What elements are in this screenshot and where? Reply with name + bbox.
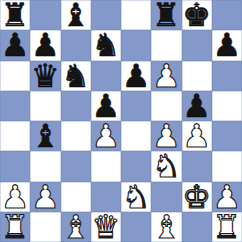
square-c7[interactable] (61, 30, 91, 60)
piece-black-pawn[interactable]: ♟ (122, 61, 151, 91)
square-a3[interactable] (0, 151, 30, 181)
square-g4[interactable]: ♟ (182, 121, 212, 151)
piece-white-pawn[interactable]: ♟ (182, 121, 211, 151)
square-b4[interactable]: ♝ (30, 121, 60, 151)
square-e8[interactable] (121, 0, 151, 30)
square-a1[interactable]: ♜ (0, 212, 30, 242)
square-g3[interactable] (182, 151, 212, 181)
piece-black-queen[interactable]: ♛ (31, 61, 60, 91)
piece-black-rook[interactable]: ♜ (152, 0, 181, 30)
piece-white-pawn[interactable]: ♟ (152, 61, 181, 91)
square-e6[interactable]: ♟ (121, 61, 151, 91)
piece-black-bishop[interactable]: ♝ (61, 0, 90, 30)
piece-black-knight[interactable]: ♞ (92, 30, 121, 60)
piece-white-pawn[interactable]: ♟ (31, 182, 60, 212)
piece-black-king[interactable]: ♚ (182, 0, 211, 30)
piece-black-bishop[interactable]: ♝ (31, 121, 60, 151)
square-d1[interactable]: ♛ (91, 212, 121, 242)
square-h3[interactable] (212, 151, 242, 181)
piece-white-rook[interactable]: ♜ (1, 212, 30, 242)
piece-white-king[interactable]: ♚ (182, 182, 211, 212)
chess-board: ♜♝♜♚♟♟♞♟♛♞♟♟♟♟♝♟♟♟♞♟♟♞♚♟♜♝♛♝♜ (0, 0, 242, 242)
square-e5[interactable] (121, 91, 151, 121)
square-f8[interactable]: ♜ (151, 0, 181, 30)
piece-white-queen[interactable]: ♛ (92, 212, 121, 242)
square-h1[interactable]: ♜ (212, 212, 242, 242)
square-f6[interactable]: ♟ (151, 61, 181, 91)
piece-black-pawn[interactable]: ♟ (213, 30, 242, 60)
square-f1[interactable]: ♝ (151, 212, 181, 242)
piece-white-bishop[interactable]: ♝ (152, 212, 181, 242)
square-e3[interactable] (121, 151, 151, 181)
square-h7[interactable]: ♟ (212, 30, 242, 60)
square-e7[interactable] (121, 30, 151, 60)
square-b3[interactable] (30, 151, 60, 181)
square-d7[interactable]: ♞ (91, 30, 121, 60)
square-c1[interactable]: ♝ (61, 212, 91, 242)
square-f7[interactable] (151, 30, 181, 60)
square-a6[interactable] (0, 61, 30, 91)
square-f3[interactable]: ♞ (151, 151, 181, 181)
square-b7[interactable]: ♟ (30, 30, 60, 60)
square-h5[interactable] (212, 91, 242, 121)
square-c3[interactable] (61, 151, 91, 181)
piece-white-bishop[interactable]: ♝ (61, 212, 90, 242)
square-h6[interactable] (212, 61, 242, 91)
piece-black-knight[interactable]: ♞ (61, 61, 90, 91)
square-e2[interactable]: ♞ (121, 182, 151, 212)
piece-white-rook[interactable]: ♜ (213, 212, 242, 242)
square-g1[interactable] (182, 212, 212, 242)
piece-white-pawn[interactable]: ♟ (92, 121, 121, 151)
square-d3[interactable] (91, 151, 121, 181)
square-a7[interactable]: ♟ (0, 30, 30, 60)
square-g2[interactable]: ♚ (182, 182, 212, 212)
square-b1[interactable] (30, 212, 60, 242)
square-g8[interactable]: ♚ (182, 0, 212, 30)
square-d4[interactable]: ♟ (91, 121, 121, 151)
square-e1[interactable] (121, 212, 151, 242)
piece-black-pawn[interactable]: ♟ (1, 30, 30, 60)
square-b2[interactable]: ♟ (30, 182, 60, 212)
square-a5[interactable] (0, 91, 30, 121)
square-c6[interactable]: ♞ (61, 61, 91, 91)
square-a4[interactable] (0, 121, 30, 151)
piece-white-knight[interactable]: ♞ (152, 151, 181, 181)
square-g7[interactable] (182, 30, 212, 60)
square-c4[interactable] (61, 121, 91, 151)
piece-black-pawn[interactable]: ♟ (31, 30, 60, 60)
square-c5[interactable] (61, 91, 91, 121)
square-h4[interactable] (212, 121, 242, 151)
square-e4[interactable] (121, 121, 151, 151)
piece-white-knight[interactable]: ♞ (122, 182, 151, 212)
square-b6[interactable]: ♛ (30, 61, 60, 91)
square-c8[interactable]: ♝ (61, 0, 91, 30)
